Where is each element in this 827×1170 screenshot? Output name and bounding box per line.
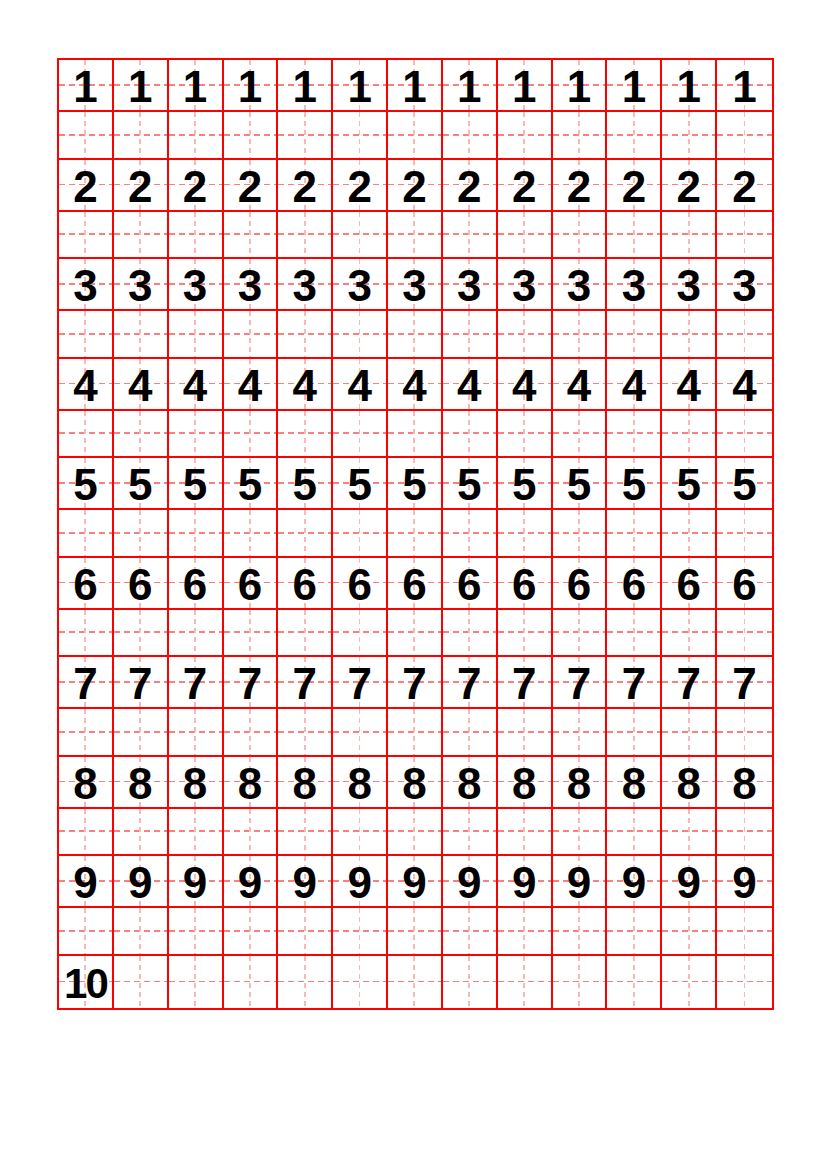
cell-digit: 6 — [347, 563, 371, 607]
cell-horizontal-midline — [607, 631, 660, 633]
tianzige-cell: 7 — [553, 657, 608, 709]
tianzige-cell — [388, 311, 443, 359]
tianzige-cell: 3 — [224, 259, 279, 311]
cell-vertical-midline — [578, 709, 580, 755]
cell-vertical-midline — [84, 908, 86, 954]
cell-vertical-midline — [578, 956, 580, 1008]
tianzige-cell — [607, 311, 662, 359]
cell-horizontal-midline — [443, 532, 496, 534]
tianzige-cell — [607, 212, 662, 260]
tianzige-cell: 5 — [717, 458, 772, 510]
cell-vertical-midline — [304, 956, 306, 1008]
cell-horizontal-midline — [717, 981, 772, 983]
tianzige-cell — [224, 510, 279, 558]
tianzige-cell — [662, 212, 717, 260]
cell-vertical-midline — [744, 908, 746, 954]
cell-digit: 3 — [293, 264, 317, 308]
tianzige-cell: 2 — [388, 160, 443, 212]
cell-horizontal-midline — [169, 233, 222, 235]
cell-vertical-midline — [468, 809, 470, 855]
tianzige-cell — [662, 311, 717, 359]
cell-digit: 5 — [676, 463, 700, 507]
cell-horizontal-midline — [333, 432, 386, 434]
tianzige-cell — [662, 709, 717, 757]
cell-vertical-midline — [194, 311, 196, 357]
tianzige-cell — [553, 956, 608, 1008]
cell-vertical-midline — [468, 212, 470, 258]
cell-vertical-midline — [688, 311, 690, 357]
tianzige-cell: 7 — [333, 657, 388, 709]
tianzige-cell: 1 — [59, 60, 114, 112]
tianzige-cell: 7 — [169, 657, 224, 709]
cell-horizontal-midline — [498, 333, 551, 335]
cell-digit: 4 — [676, 364, 700, 408]
cell-horizontal-midline — [278, 233, 331, 235]
tianzige-cell — [607, 112, 662, 160]
cell-digit: 4 — [402, 364, 426, 408]
cell-horizontal-midline — [59, 731, 112, 733]
cell-digit: 1 — [622, 65, 646, 109]
cell-digit: 8 — [238, 762, 262, 806]
tianzige-cell — [333, 112, 388, 160]
worksheet-page: 1111111111111222222222222233333333333334… — [0, 0, 827, 1170]
cell-horizontal-midline — [717, 532, 772, 534]
cell-digit: 6 — [732, 563, 756, 607]
cell-digit: 3 — [128, 264, 152, 308]
tianzige-cell: 9 — [717, 856, 772, 908]
cell-vertical-midline — [194, 908, 196, 954]
tianzige-cell — [278, 956, 333, 1008]
tianzige-cell: 10 — [59, 956, 114, 1008]
tianzige-cell — [278, 212, 333, 260]
cell-digit: 7 — [457, 662, 481, 706]
cell-horizontal-midline — [717, 731, 772, 733]
tianzige-cell — [388, 956, 443, 1008]
tianzige-cell — [443, 956, 498, 1008]
tianzige-cell — [717, 610, 772, 658]
cell-vertical-midline — [523, 956, 525, 1008]
cell-horizontal-midline — [114, 134, 167, 136]
cell-horizontal-midline — [169, 930, 222, 932]
tianzige-cell: 4 — [59, 359, 114, 411]
cell-vertical-midline — [744, 610, 746, 656]
cell-horizontal-midline — [553, 233, 606, 235]
tianzige-cell: 7 — [607, 657, 662, 709]
tianzige-cell: 9 — [553, 856, 608, 908]
cell-horizontal-midline — [278, 134, 331, 136]
tianzige-cell — [169, 411, 224, 459]
cell-vertical-midline — [688, 908, 690, 954]
cell-horizontal-midline — [333, 333, 386, 335]
cell-digit: 3 — [732, 264, 756, 308]
tianzige-cell: 1 — [278, 60, 333, 112]
cell-vertical-midline — [688, 610, 690, 656]
cell-vertical-midline — [304, 212, 306, 258]
tianzige-cell: 8 — [59, 757, 114, 809]
cell-vertical-midline — [468, 510, 470, 556]
cell-horizontal-midline — [169, 631, 222, 633]
tianzige-cell — [498, 610, 553, 658]
cell-vertical-midline — [249, 311, 251, 357]
cell-vertical-midline — [578, 610, 580, 656]
cell-horizontal-midline — [278, 532, 331, 534]
tianzige-cell: 9 — [443, 856, 498, 908]
cell-digit: 2 — [676, 165, 700, 209]
tianzige-cell: 4 — [717, 359, 772, 411]
cell-digit: 4 — [457, 364, 481, 408]
tianzige-cell: 2 — [553, 160, 608, 212]
cell-horizontal-midline — [607, 233, 660, 235]
cell-horizontal-midline — [607, 981, 660, 983]
cell-vertical-midline — [249, 510, 251, 556]
tianzige-cell: 8 — [498, 757, 553, 809]
cell-horizontal-midline — [114, 631, 167, 633]
cell-digit: 5 — [622, 463, 646, 507]
cell-digit: 9 — [732, 861, 756, 905]
cell-vertical-midline — [468, 610, 470, 656]
cell-horizontal-midline — [388, 233, 441, 235]
tianzige-cell — [553, 411, 608, 459]
cell-horizontal-midline — [717, 134, 772, 136]
cell-vertical-midline — [468, 709, 470, 755]
cell-digit: 2 — [622, 165, 646, 209]
tianzige-cell: 3 — [59, 259, 114, 311]
tianzige-cell: 4 — [224, 359, 279, 411]
cell-vertical-midline — [359, 956, 361, 1008]
tianzige-cell — [607, 956, 662, 1008]
tianzige-cell — [662, 510, 717, 558]
cell-vertical-midline — [523, 212, 525, 258]
cell-digit: 2 — [238, 165, 262, 209]
cell-digit: 4 — [293, 364, 317, 408]
cell-horizontal-midline — [553, 532, 606, 534]
cell-horizontal-midline — [278, 432, 331, 434]
cell-vertical-midline — [523, 411, 525, 457]
cell-vertical-midline — [359, 908, 361, 954]
cell-digit: 10 — [64, 963, 107, 1005]
cell-vertical-midline — [578, 510, 580, 556]
tianzige-cell — [59, 411, 114, 459]
tianzige-cell — [553, 908, 608, 956]
cell-vertical-midline — [744, 112, 746, 158]
cell-digit: 3 — [676, 264, 700, 308]
cell-digit: 4 — [238, 364, 262, 408]
cell-horizontal-midline — [169, 981, 222, 983]
cell-horizontal-midline — [59, 333, 112, 335]
cell-digit: 4 — [183, 364, 207, 408]
cell-horizontal-midline — [224, 731, 277, 733]
cell-horizontal-midline — [278, 333, 331, 335]
cell-vertical-midline — [304, 311, 306, 357]
cell-horizontal-midline — [333, 532, 386, 534]
cell-vertical-midline — [359, 709, 361, 755]
tianzige-cell — [333, 411, 388, 459]
cell-horizontal-midline — [278, 930, 331, 932]
cell-vertical-midline — [744, 212, 746, 258]
tianzige-cell: 6 — [607, 558, 662, 610]
cell-digit: 8 — [183, 762, 207, 806]
cell-vertical-midline — [633, 956, 635, 1008]
tianzige-cell: 4 — [278, 359, 333, 411]
tianzige-cell — [443, 212, 498, 260]
tianzige-cell — [59, 610, 114, 658]
cell-vertical-midline — [84, 709, 86, 755]
tianzige-cell — [662, 956, 717, 1008]
cell-digit: 8 — [567, 762, 591, 806]
cell-horizontal-midline — [553, 930, 606, 932]
tianzige-cell — [169, 809, 224, 857]
cell-vertical-midline — [413, 610, 415, 656]
tianzige-cell: 1 — [662, 60, 717, 112]
cell-digit: 1 — [183, 65, 207, 109]
tianzige-cell: 3 — [717, 259, 772, 311]
cell-vertical-midline — [744, 510, 746, 556]
tianzige-cell: 7 — [388, 657, 443, 709]
tianzige-cell: 9 — [59, 856, 114, 908]
tianzige-cell — [333, 809, 388, 857]
cell-vertical-midline — [194, 709, 196, 755]
tianzige-cell — [607, 908, 662, 956]
cell-horizontal-midline — [114, 930, 167, 932]
tianzige-cell: 7 — [114, 657, 169, 709]
cell-horizontal-midline — [224, 333, 277, 335]
tianzige-cell: 2 — [59, 160, 114, 212]
tianzige-cell — [388, 510, 443, 558]
tianzige-cell: 1 — [443, 60, 498, 112]
cell-horizontal-midline — [169, 830, 222, 832]
cell-horizontal-midline — [388, 333, 441, 335]
cell-horizontal-midline — [443, 930, 496, 932]
tianzige-cell — [333, 311, 388, 359]
tianzige-cell: 7 — [224, 657, 279, 709]
cell-vertical-midline — [578, 411, 580, 457]
cell-digit: 4 — [347, 364, 371, 408]
tianzige-cell: 3 — [662, 259, 717, 311]
tianzige-cell — [553, 112, 608, 160]
tianzige-cell: 1 — [333, 60, 388, 112]
tianzige-cell: 3 — [169, 259, 224, 311]
tianzige-cell: 6 — [333, 558, 388, 610]
cell-digit: 8 — [732, 762, 756, 806]
cell-digit: 7 — [567, 662, 591, 706]
tianzige-cell: 2 — [169, 160, 224, 212]
tianzige-cell: 4 — [169, 359, 224, 411]
tianzige-cell: 8 — [607, 757, 662, 809]
tianzige-cell — [607, 510, 662, 558]
cell-digit: 9 — [512, 861, 536, 905]
tianzige-cell — [224, 610, 279, 658]
cell-vertical-midline — [578, 809, 580, 855]
cell-horizontal-midline — [388, 830, 441, 832]
cell-vertical-midline — [359, 411, 361, 457]
tianzige-cell: 6 — [553, 558, 608, 610]
tianzige-cell — [114, 212, 169, 260]
cell-horizontal-midline — [59, 830, 112, 832]
cell-digit: 5 — [567, 463, 591, 507]
tianzige-cell — [498, 908, 553, 956]
cell-digit: 8 — [73, 762, 97, 806]
cell-digit: 8 — [457, 762, 481, 806]
cell-vertical-midline — [139, 809, 141, 855]
tianzige-cell: 1 — [607, 60, 662, 112]
tianzige-cell: 2 — [443, 160, 498, 212]
cell-horizontal-midline — [443, 981, 496, 983]
cell-horizontal-midline — [333, 981, 386, 983]
tianzige-cell — [224, 956, 279, 1008]
cell-vertical-midline — [413, 956, 415, 1008]
cell-digit: 2 — [183, 165, 207, 209]
tianzige-cell: 5 — [59, 458, 114, 510]
tianzige-cell — [662, 610, 717, 658]
tianzige-cell: 4 — [607, 359, 662, 411]
cell-vertical-midline — [633, 411, 635, 457]
cell-digit: 2 — [347, 165, 371, 209]
tianzige-cell — [114, 311, 169, 359]
cell-horizontal-midline — [553, 432, 606, 434]
cell-vertical-midline — [304, 709, 306, 755]
cell-digit: 5 — [402, 463, 426, 507]
tianzige-cell — [498, 956, 553, 1008]
cell-vertical-midline — [578, 112, 580, 158]
tianzige-cell: 8 — [443, 757, 498, 809]
tianzige-cell: 5 — [114, 458, 169, 510]
tianzige-cell: 1 — [114, 60, 169, 112]
tianzige-cell: 1 — [498, 60, 553, 112]
cell-vertical-midline — [249, 411, 251, 457]
tianzige-cell: 8 — [388, 757, 443, 809]
tianzige-cell — [388, 809, 443, 857]
cell-vertical-midline — [633, 809, 635, 855]
cell-digit: 4 — [732, 364, 756, 408]
cell-digit: 9 — [347, 861, 371, 905]
tianzige-cell — [443, 709, 498, 757]
cell-vertical-midline — [413, 411, 415, 457]
cell-vertical-midline — [688, 411, 690, 457]
cell-vertical-midline — [578, 212, 580, 258]
tianzige-cell — [169, 212, 224, 260]
tianzige-cell: 3 — [443, 259, 498, 311]
cell-digit: 4 — [73, 364, 97, 408]
cell-vertical-midline — [194, 510, 196, 556]
cell-horizontal-midline — [388, 631, 441, 633]
cell-digit: 5 — [347, 463, 371, 507]
cell-horizontal-midline — [224, 930, 277, 932]
cell-horizontal-midline — [553, 134, 606, 136]
cell-horizontal-midline — [662, 631, 715, 633]
cell-digit: 9 — [457, 861, 481, 905]
tianzige-cell: 7 — [443, 657, 498, 709]
cell-digit: 6 — [457, 563, 481, 607]
cell-digit: 1 — [73, 65, 97, 109]
cell-vertical-midline — [468, 956, 470, 1008]
cell-vertical-midline — [139, 212, 141, 258]
cell-vertical-midline — [194, 610, 196, 656]
writing-grid: 1111111111111222222222222233333333333334… — [57, 58, 774, 1010]
cell-horizontal-midline — [224, 830, 277, 832]
cell-digit: 7 — [73, 662, 97, 706]
cell-vertical-midline — [359, 212, 361, 258]
cell-digit: 9 — [293, 861, 317, 905]
tianzige-cell — [114, 112, 169, 160]
cell-horizontal-midline — [224, 134, 277, 136]
tianzige-cell: 5 — [333, 458, 388, 510]
cell-horizontal-midline — [662, 134, 715, 136]
tianzige-cell: 4 — [114, 359, 169, 411]
cell-vertical-midline — [578, 311, 580, 357]
tianzige-cell — [717, 112, 772, 160]
cell-horizontal-midline — [717, 233, 772, 235]
cell-digit: 4 — [567, 364, 591, 408]
cell-vertical-midline — [523, 510, 525, 556]
cell-horizontal-midline — [607, 432, 660, 434]
cell-horizontal-midline — [553, 631, 606, 633]
cell-vertical-midline — [304, 112, 306, 158]
cell-vertical-midline — [84, 311, 86, 357]
tianzige-cell: 4 — [333, 359, 388, 411]
cell-horizontal-midline — [169, 333, 222, 335]
cell-horizontal-midline — [662, 333, 715, 335]
cell-digit: 1 — [567, 65, 591, 109]
cell-vertical-midline — [249, 212, 251, 258]
cell-digit: 1 — [128, 65, 152, 109]
cell-horizontal-midline — [443, 631, 496, 633]
cell-digit: 2 — [73, 165, 97, 209]
cell-digit: 4 — [512, 364, 536, 408]
tianzige-cell — [114, 709, 169, 757]
tianzige-cell — [278, 610, 333, 658]
tianzige-cell — [662, 809, 717, 857]
cell-digit: 7 — [128, 662, 152, 706]
tianzige-cell: 3 — [114, 259, 169, 311]
cell-horizontal-midline — [169, 432, 222, 434]
tianzige-cell — [717, 908, 772, 956]
cell-horizontal-midline — [388, 731, 441, 733]
cell-horizontal-midline — [114, 233, 167, 235]
cell-digit: 1 — [238, 65, 262, 109]
tianzige-cell — [388, 112, 443, 160]
tianzige-cell — [278, 112, 333, 160]
cell-digit: 8 — [676, 762, 700, 806]
tianzige-cell: 4 — [388, 359, 443, 411]
cell-horizontal-midline — [607, 532, 660, 534]
cell-vertical-midline — [359, 809, 361, 855]
cell-digit: 1 — [676, 65, 700, 109]
cell-vertical-midline — [468, 908, 470, 954]
cell-horizontal-midline — [388, 532, 441, 534]
tianzige-cell — [59, 212, 114, 260]
cell-horizontal-midline — [717, 432, 772, 434]
cell-digit: 8 — [128, 762, 152, 806]
cell-horizontal-midline — [443, 830, 496, 832]
cell-digit: 9 — [622, 861, 646, 905]
tianzige-cell — [498, 311, 553, 359]
tianzige-cell — [607, 809, 662, 857]
tianzige-cell: 5 — [553, 458, 608, 510]
cell-horizontal-midline — [443, 134, 496, 136]
cell-horizontal-midline — [498, 731, 551, 733]
cell-vertical-midline — [633, 212, 635, 258]
tianzige-cell — [388, 212, 443, 260]
cell-vertical-midline — [249, 809, 251, 855]
cell-horizontal-midline — [717, 333, 772, 335]
cell-vertical-midline — [744, 411, 746, 457]
cell-digit: 9 — [238, 861, 262, 905]
cell-horizontal-midline — [388, 134, 441, 136]
tianzige-cell — [333, 908, 388, 956]
cell-horizontal-midline — [443, 233, 496, 235]
cell-horizontal-midline — [224, 631, 277, 633]
cell-digit: 9 — [402, 861, 426, 905]
